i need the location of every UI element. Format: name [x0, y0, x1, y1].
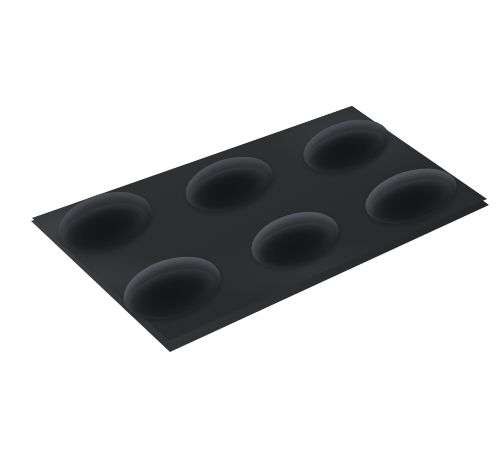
- mould-cavity-3: [297, 110, 395, 182]
- mould-cavity-5: [244, 202, 345, 278]
- mould-cavity-4: [116, 246, 229, 331]
- mould-cavity-6: [359, 158, 464, 233]
- mould-cavity-1: [51, 181, 159, 263]
- cavity-layer: [0, 0, 500, 450]
- product-photo: [0, 0, 500, 450]
- mould-cavity-2: [179, 147, 280, 221]
